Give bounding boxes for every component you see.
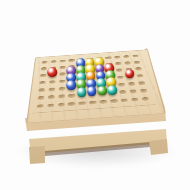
board-cell-r3c0[interactable]: [37, 78, 48, 86]
board-cell-r5c0[interactable]: [35, 93, 46, 102]
hole: [96, 56, 102, 59]
hole: [117, 75, 124, 79]
board-cell-r2c0[interactable]: [37, 71, 47, 79]
hole: [133, 60, 140, 63]
hole: [98, 84, 105, 88]
board-cell-r2c10[interactable]: [133, 65, 144, 72]
hole: [99, 99, 106, 103]
hole-grid: [34, 52, 151, 110]
board-cell-r6c1[interactable]: [44, 100, 55, 109]
hole: [86, 57, 92, 60]
board-cell-r6c0[interactable]: [34, 101, 45, 110]
hole: [87, 63, 93, 66]
board-cell-r5c3[interactable]: [66, 91, 76, 100]
board-cell-r6c2[interactable]: [55, 100, 66, 109]
board-cell-r5c2[interactable]: [56, 92, 67, 101]
board-cell-r4c1[interactable]: [46, 85, 57, 93]
hole: [39, 80, 46, 84]
hole: [48, 80, 55, 84]
hole: [78, 64, 84, 67]
hole: [120, 98, 128, 102]
board-cell-r2c2[interactable]: [57, 70, 67, 78]
board-cell-r3c6[interactable]: [95, 74, 105, 82]
hole: [57, 102, 64, 106]
hole: [135, 67, 142, 71]
hole: [50, 60, 56, 63]
hole: [77, 58, 83, 61]
board-cell-r6c5[interactable]: [87, 98, 98, 107]
hole: [126, 74, 133, 78]
hole: [87, 77, 94, 81]
hole: [49, 66, 55, 69]
hole: [78, 78, 85, 82]
hole: [105, 56, 111, 59]
board-cell-r5c10[interactable]: [137, 86, 149, 95]
board-cell-r3c3[interactable]: [66, 76, 76, 84]
hole: [118, 82, 125, 86]
board-cell-r1c6[interactable]: [94, 61, 104, 68]
board-cell-r3c10[interactable]: [134, 72, 145, 80]
board-cell-r3c4[interactable]: [76, 76, 86, 84]
hole: [78, 85, 85, 89]
hole: [88, 84, 95, 88]
board-cell-r6c3[interactable]: [66, 99, 77, 108]
hole: [110, 98, 117, 102]
hole: [36, 104, 43, 108]
hole: [125, 67, 132, 71]
board-cell-r5c5[interactable]: [86, 90, 97, 99]
hole: [59, 72, 65, 76]
hole: [41, 60, 47, 63]
hole: [109, 90, 116, 94]
hole: [98, 91, 105, 95]
board-cell-r4c5[interactable]: [86, 82, 97, 90]
board-cell-r3c2[interactable]: [56, 77, 66, 85]
board-cell-r2c6[interactable]: [95, 67, 105, 74]
hole: [39, 73, 46, 77]
hole: [129, 89, 136, 93]
hole: [136, 74, 143, 78]
hole: [58, 79, 65, 83]
board-cell-r2c5[interactable]: [85, 68, 95, 76]
hole: [123, 55, 130, 58]
board-cell-r4c4[interactable]: [76, 83, 86, 91]
hole: [105, 62, 112, 65]
board-cell-r2c4[interactable]: [76, 69, 86, 77]
hole: [114, 55, 120, 58]
hole: [119, 90, 126, 94]
hole: [59, 59, 65, 62]
board-cell-r4c0[interactable]: [36, 86, 47, 94]
hole: [68, 78, 74, 82]
board-cell-r2c7[interactable]: [104, 67, 114, 74]
hole: [87, 70, 93, 74]
board-cell-r4c3[interactable]: [66, 84, 76, 92]
board-cell-r5c1[interactable]: [45, 92, 56, 101]
hole: [38, 88, 45, 92]
hole: [68, 93, 75, 97]
board-cell-r5c6[interactable]: [97, 89, 108, 98]
board-cell-r4c2[interactable]: [56, 84, 66, 92]
board-cell-r6c6[interactable]: [97, 97, 108, 106]
hole: [96, 63, 102, 66]
hole: [46, 103, 53, 107]
hole: [128, 81, 135, 85]
hole: [40, 67, 46, 70]
board-top-face: [26, 49, 166, 123]
board-cell-r3c1[interactable]: [46, 78, 56, 86]
board-cell-r5c7[interactable]: [107, 88, 118, 97]
hole: [115, 61, 122, 64]
board-cell-r4c7[interactable]: [106, 81, 117, 89]
hole: [132, 54, 139, 57]
hole: [48, 87, 55, 91]
hole: [107, 76, 114, 80]
hole: [68, 65, 74, 68]
board-cell-r2c1[interactable]: [47, 71, 57, 79]
hole: [89, 100, 96, 104]
board-cell-r3c7[interactable]: [105, 74, 116, 82]
hole: [68, 58, 74, 61]
hole: [97, 76, 104, 80]
stage: [0, 0, 190, 190]
hole: [141, 96, 149, 100]
hole: [97, 69, 104, 73]
hole: [78, 71, 84, 75]
hole: [58, 86, 65, 90]
hole: [116, 68, 123, 72]
board-cell-r6c10[interactable]: [139, 94, 151, 103]
hole: [124, 61, 131, 64]
hole: [78, 101, 85, 105]
hole: [49, 73, 55, 77]
hole: [106, 69, 113, 73]
hole: [68, 86, 75, 90]
board-cell-r3c5[interactable]: [86, 75, 96, 83]
hole: [108, 83, 115, 87]
hole: [47, 95, 54, 99]
hole: [57, 94, 64, 98]
hole: [78, 93, 85, 97]
board-cell-r6c7[interactable]: [108, 96, 120, 105]
board-cell-r6c4[interactable]: [76, 98, 87, 107]
board-cell-r4c10[interactable]: [136, 79, 148, 87]
hole: [88, 92, 95, 96]
hole: [68, 71, 74, 75]
board-cell-r4c6[interactable]: [96, 81, 107, 89]
hole: [59, 65, 65, 68]
hole: [138, 81, 145, 85]
hole: [37, 95, 44, 99]
board-cell-r5c4[interactable]: [76, 90, 87, 99]
board-cell-r2c3[interactable]: [66, 69, 76, 77]
hole: [139, 88, 147, 92]
hole: [131, 97, 139, 101]
hole: [68, 101, 75, 105]
